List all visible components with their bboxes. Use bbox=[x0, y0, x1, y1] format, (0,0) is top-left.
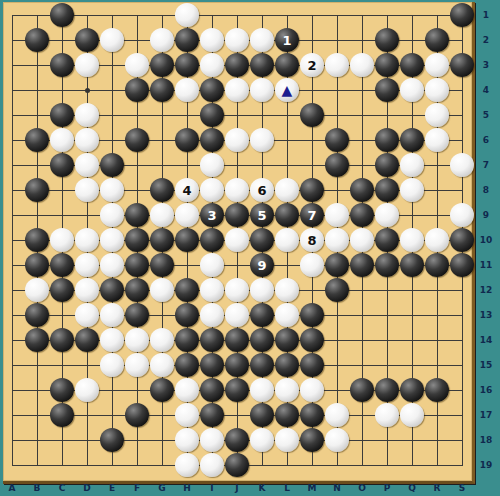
go-stone[interactable] bbox=[375, 28, 399, 52]
go-stone[interactable] bbox=[175, 453, 199, 477]
go-stone[interactable] bbox=[150, 78, 174, 102]
go-stone[interactable] bbox=[175, 303, 199, 327]
move-number: 1 bbox=[282, 34, 291, 47]
column-label-K: K bbox=[252, 483, 272, 493]
row-label-3: 3 bbox=[476, 60, 496, 70]
go-stone[interactable] bbox=[150, 328, 174, 352]
go-stone[interactable] bbox=[200, 328, 224, 352]
go-stone[interactable] bbox=[400, 253, 424, 277]
go-stone[interactable] bbox=[425, 28, 449, 52]
go-stone[interactable] bbox=[75, 253, 99, 277]
go-stone[interactable] bbox=[250, 378, 274, 402]
go-stone[interactable] bbox=[250, 328, 274, 352]
go-stone[interactable] bbox=[375, 253, 399, 277]
go-stone[interactable] bbox=[125, 253, 149, 277]
row-label-11: 11 bbox=[476, 260, 496, 270]
go-stone[interactable] bbox=[225, 378, 249, 402]
go-stone[interactable] bbox=[375, 228, 399, 252]
go-stone[interactable] bbox=[75, 153, 99, 177]
go-stone[interactable] bbox=[225, 128, 249, 152]
column-label-N: N bbox=[327, 483, 347, 493]
go-stone[interactable] bbox=[75, 128, 99, 152]
go-stone[interactable] bbox=[50, 103, 74, 127]
go-stone[interactable] bbox=[25, 228, 49, 252]
go-stone[interactable] bbox=[450, 228, 474, 252]
go-stone[interactable] bbox=[250, 128, 274, 152]
go-stone[interactable] bbox=[100, 328, 124, 352]
go-stone[interactable] bbox=[100, 28, 124, 52]
go-stone[interactable] bbox=[125, 53, 149, 77]
go-stone[interactable] bbox=[75, 378, 99, 402]
go-stone[interactable] bbox=[275, 228, 299, 252]
go-stone[interactable] bbox=[200, 453, 224, 477]
go-stone[interactable] bbox=[350, 178, 374, 202]
go-stone[interactable] bbox=[175, 353, 199, 377]
triangle-marked-stone[interactable]: ▲ bbox=[275, 78, 299, 102]
go-stone[interactable] bbox=[175, 3, 199, 27]
row-label-1: 1 bbox=[476, 10, 496, 20]
go-stone[interactable] bbox=[150, 378, 174, 402]
go-stone[interactable] bbox=[225, 453, 249, 477]
go-stone[interactable] bbox=[50, 378, 74, 402]
go-stone[interactable] bbox=[175, 28, 199, 52]
move-number: 7 bbox=[307, 209, 316, 222]
go-stone[interactable] bbox=[375, 53, 399, 77]
go-stone[interactable] bbox=[50, 53, 74, 77]
column-label-O: O bbox=[352, 483, 372, 493]
go-stone[interactable] bbox=[25, 178, 49, 202]
column-label-A: A bbox=[2, 483, 22, 493]
go-stone[interactable] bbox=[300, 103, 324, 127]
go-stone[interactable] bbox=[175, 53, 199, 77]
column-label-J: J bbox=[227, 483, 247, 493]
go-board[interactable]: 12▲4635789 bbox=[3, 2, 475, 484]
go-stone[interactable] bbox=[50, 253, 74, 277]
go-stone[interactable] bbox=[225, 228, 249, 252]
go-stone[interactable] bbox=[125, 403, 149, 427]
go-stone[interactable] bbox=[350, 228, 374, 252]
go-stone[interactable] bbox=[300, 303, 324, 327]
column-label-Q: Q bbox=[402, 483, 422, 493]
go-stone[interactable] bbox=[400, 228, 424, 252]
stone-move-5[interactable]: 5 bbox=[250, 203, 274, 227]
row-label-2: 2 bbox=[476, 35, 496, 45]
go-stone[interactable] bbox=[175, 278, 199, 302]
move-number: 8 bbox=[307, 234, 316, 247]
go-stone[interactable] bbox=[150, 228, 174, 252]
go-stone[interactable] bbox=[375, 78, 399, 102]
go-stone[interactable] bbox=[175, 203, 199, 227]
row-label-10: 10 bbox=[476, 235, 496, 245]
go-stone[interactable] bbox=[125, 228, 149, 252]
row-label-14: 14 bbox=[476, 335, 496, 345]
go-stone[interactable] bbox=[400, 153, 424, 177]
go-stone[interactable] bbox=[150, 53, 174, 77]
go-stone[interactable] bbox=[225, 203, 249, 227]
row-label-5: 5 bbox=[476, 110, 496, 120]
go-stone[interactable] bbox=[25, 253, 49, 277]
go-stone[interactable] bbox=[175, 403, 199, 427]
go-stone[interactable] bbox=[375, 378, 399, 402]
go-stone[interactable] bbox=[225, 428, 249, 452]
row-label-16: 16 bbox=[476, 385, 496, 395]
go-stone[interactable] bbox=[150, 253, 174, 277]
go-stone[interactable] bbox=[200, 28, 224, 52]
go-stone[interactable] bbox=[275, 353, 299, 377]
go-stone[interactable] bbox=[50, 403, 74, 427]
go-stone[interactable] bbox=[325, 203, 349, 227]
row-label-6: 6 bbox=[476, 135, 496, 145]
go-stone[interactable] bbox=[175, 328, 199, 352]
go-stone[interactable] bbox=[75, 53, 99, 77]
go-stone[interactable] bbox=[300, 378, 324, 402]
go-stone[interactable] bbox=[275, 203, 299, 227]
go-stone[interactable] bbox=[300, 178, 324, 202]
stone-move-1[interactable]: 1 bbox=[275, 28, 299, 52]
go-stone[interactable] bbox=[450, 153, 474, 177]
row-label-17: 17 bbox=[476, 410, 496, 420]
row-label-7: 7 bbox=[476, 160, 496, 170]
go-stone[interactable] bbox=[75, 28, 99, 52]
go-stone[interactable] bbox=[300, 328, 324, 352]
go-stone[interactable] bbox=[425, 78, 449, 102]
go-stone[interactable] bbox=[175, 228, 199, 252]
go-stone[interactable] bbox=[400, 128, 424, 152]
go-stone[interactable] bbox=[125, 278, 149, 302]
go-stone[interactable] bbox=[300, 353, 324, 377]
go-stone[interactable] bbox=[400, 378, 424, 402]
go-stone[interactable] bbox=[450, 253, 474, 277]
move-number: 4 bbox=[182, 184, 191, 197]
go-stone[interactable] bbox=[400, 78, 424, 102]
go-stone[interactable] bbox=[400, 403, 424, 427]
move-number: 3 bbox=[207, 209, 216, 222]
go-stone[interactable] bbox=[425, 128, 449, 152]
column-label-B: B bbox=[27, 483, 47, 493]
column-label-R: R bbox=[427, 483, 447, 493]
go-stone[interactable] bbox=[450, 53, 474, 77]
go-stone[interactable] bbox=[325, 153, 349, 177]
stone-move-6[interactable]: 6 bbox=[250, 178, 274, 202]
column-label-C: C bbox=[52, 483, 72, 493]
go-stone[interactable] bbox=[100, 278, 124, 302]
go-stone[interactable] bbox=[425, 103, 449, 127]
row-label-19: 19 bbox=[476, 460, 496, 470]
go-stone[interactable] bbox=[100, 203, 124, 227]
column-label-G: G bbox=[152, 483, 172, 493]
go-stone[interactable] bbox=[125, 203, 149, 227]
go-stone[interactable] bbox=[175, 78, 199, 102]
column-label-I: I bbox=[202, 483, 222, 493]
go-stone[interactable] bbox=[75, 278, 99, 302]
go-board-screenshot: 12▲4635789 ABCDEFGHIJKLMNOPQRS1234567891… bbox=[0, 0, 500, 496]
move-number: 5 bbox=[257, 209, 266, 222]
go-stone[interactable] bbox=[50, 3, 74, 27]
go-stone[interactable] bbox=[100, 178, 124, 202]
go-stone[interactable] bbox=[425, 53, 449, 77]
go-stone[interactable] bbox=[50, 128, 74, 152]
stone-move-8[interactable]: 8 bbox=[300, 228, 324, 252]
go-stone[interactable] bbox=[250, 278, 274, 302]
column-label-F: F bbox=[127, 483, 147, 493]
go-stone[interactable] bbox=[225, 178, 249, 202]
go-stone[interactable] bbox=[75, 178, 99, 202]
go-stone[interactable] bbox=[250, 228, 274, 252]
go-stone[interactable] bbox=[175, 378, 199, 402]
go-stone[interactable] bbox=[200, 428, 224, 452]
go-stone[interactable] bbox=[200, 78, 224, 102]
go-stone[interactable] bbox=[225, 328, 249, 352]
go-stone[interactable] bbox=[425, 228, 449, 252]
go-stone[interactable] bbox=[225, 303, 249, 327]
go-stone[interactable] bbox=[275, 303, 299, 327]
go-stone[interactable] bbox=[25, 278, 49, 302]
row-label-18: 18 bbox=[476, 435, 496, 445]
go-stone[interactable] bbox=[225, 353, 249, 377]
go-stone[interactable] bbox=[200, 403, 224, 427]
go-stone[interactable] bbox=[125, 353, 149, 377]
go-stone[interactable] bbox=[200, 378, 224, 402]
go-stone[interactable] bbox=[350, 203, 374, 227]
go-stone[interactable] bbox=[25, 328, 49, 352]
go-stone[interactable] bbox=[275, 328, 299, 352]
go-stone[interactable] bbox=[375, 203, 399, 227]
go-stone[interactable] bbox=[200, 53, 224, 77]
go-stone[interactable] bbox=[425, 253, 449, 277]
go-stone[interactable] bbox=[125, 303, 149, 327]
go-stone[interactable] bbox=[300, 428, 324, 452]
stone-move-2[interactable]: 2 bbox=[300, 53, 324, 77]
go-stone[interactable] bbox=[75, 303, 99, 327]
go-stone[interactable] bbox=[100, 303, 124, 327]
go-stone[interactable] bbox=[100, 153, 124, 177]
triangle-mark: ▲ bbox=[282, 83, 293, 97]
stone-move-7[interactable]: 7 bbox=[300, 203, 324, 227]
column-label-L: L bbox=[277, 483, 297, 493]
go-stone[interactable] bbox=[125, 128, 149, 152]
go-stone[interactable] bbox=[25, 28, 49, 52]
go-stone[interactable] bbox=[400, 178, 424, 202]
column-label-H: H bbox=[177, 483, 197, 493]
go-stone[interactable] bbox=[325, 228, 349, 252]
go-stone[interactable] bbox=[275, 278, 299, 302]
stone-move-4[interactable]: 4 bbox=[175, 178, 199, 202]
go-stone[interactable] bbox=[175, 128, 199, 152]
column-label-D: D bbox=[77, 483, 97, 493]
go-stone[interactable] bbox=[275, 178, 299, 202]
go-stone[interactable] bbox=[275, 403, 299, 427]
go-stone[interactable] bbox=[100, 253, 124, 277]
go-stone[interactable] bbox=[375, 128, 399, 152]
go-stone[interactable] bbox=[50, 228, 74, 252]
go-stone[interactable] bbox=[200, 278, 224, 302]
go-stone[interactable] bbox=[300, 253, 324, 277]
go-stone[interactable] bbox=[200, 253, 224, 277]
go-stone[interactable] bbox=[250, 53, 274, 77]
go-stone[interactable] bbox=[150, 178, 174, 202]
go-stone[interactable] bbox=[275, 53, 299, 77]
go-stone[interactable] bbox=[150, 28, 174, 52]
go-stone[interactable] bbox=[250, 28, 274, 52]
go-stone[interactable] bbox=[25, 128, 49, 152]
go-stone[interactable] bbox=[200, 178, 224, 202]
go-stone[interactable] bbox=[75, 228, 99, 252]
go-stone[interactable] bbox=[250, 353, 274, 377]
row-label-4: 4 bbox=[476, 85, 496, 95]
row-label-8: 8 bbox=[476, 185, 496, 195]
go-stone[interactable] bbox=[275, 428, 299, 452]
go-stone[interactable] bbox=[75, 328, 99, 352]
column-label-S: S bbox=[452, 483, 472, 493]
move-number: 6 bbox=[257, 184, 266, 197]
go-stone[interactable] bbox=[100, 353, 124, 377]
row-label-9: 9 bbox=[476, 210, 496, 220]
row-label-12: 12 bbox=[476, 285, 496, 295]
stone-move-3[interactable]: 3 bbox=[200, 203, 224, 227]
go-stone[interactable] bbox=[125, 328, 149, 352]
go-stone[interactable] bbox=[300, 403, 324, 427]
stone-move-9[interactable]: 9 bbox=[250, 253, 274, 277]
go-stone[interactable] bbox=[150, 203, 174, 227]
go-stone[interactable] bbox=[400, 53, 424, 77]
go-stone[interactable] bbox=[225, 78, 249, 102]
go-stone[interactable] bbox=[200, 303, 224, 327]
go-stone[interactable] bbox=[100, 228, 124, 252]
go-stone[interactable] bbox=[450, 203, 474, 227]
go-stone[interactable] bbox=[425, 378, 449, 402]
go-stone[interactable] bbox=[275, 378, 299, 402]
row-label-13: 13 bbox=[476, 310, 496, 320]
move-number: 9 bbox=[257, 259, 266, 272]
go-stone[interactable] bbox=[325, 253, 349, 277]
go-stone[interactable] bbox=[75, 103, 99, 127]
go-stone[interactable] bbox=[250, 78, 274, 102]
go-stone[interactable] bbox=[150, 278, 174, 302]
go-stone[interactable] bbox=[325, 53, 349, 77]
go-stone[interactable] bbox=[325, 278, 349, 302]
go-stone[interactable] bbox=[50, 328, 74, 352]
go-stone[interactable] bbox=[350, 378, 374, 402]
go-stone[interactable] bbox=[200, 228, 224, 252]
column-label-M: M bbox=[302, 483, 322, 493]
go-stone[interactable] bbox=[100, 428, 124, 452]
go-stone[interactable] bbox=[50, 153, 74, 177]
go-stone[interactable] bbox=[125, 78, 149, 102]
row-label-15: 15 bbox=[476, 360, 496, 370]
go-stone[interactable] bbox=[350, 53, 374, 77]
go-stone[interactable] bbox=[450, 3, 474, 27]
go-stone[interactable] bbox=[325, 128, 349, 152]
star-point bbox=[85, 88, 90, 93]
go-stone[interactable] bbox=[150, 353, 174, 377]
column-label-E: E bbox=[102, 483, 122, 493]
go-stone[interactable] bbox=[225, 278, 249, 302]
go-stone[interactable] bbox=[325, 403, 349, 427]
go-stone[interactable] bbox=[350, 253, 374, 277]
go-stone[interactable] bbox=[25, 303, 49, 327]
go-stone[interactable] bbox=[50, 278, 74, 302]
go-stone[interactable] bbox=[250, 403, 274, 427]
move-number: 2 bbox=[307, 59, 316, 72]
go-stone[interactable] bbox=[200, 353, 224, 377]
go-stone[interactable] bbox=[225, 28, 249, 52]
go-stone[interactable] bbox=[375, 403, 399, 427]
go-stone[interactable] bbox=[175, 428, 199, 452]
go-stone[interactable] bbox=[375, 178, 399, 202]
go-stone[interactable] bbox=[250, 303, 274, 327]
go-stone[interactable] bbox=[325, 428, 349, 452]
go-stone[interactable] bbox=[200, 128, 224, 152]
go-stone[interactable] bbox=[200, 103, 224, 127]
go-stone[interactable] bbox=[200, 153, 224, 177]
go-stone[interactable] bbox=[250, 428, 274, 452]
column-label-P: P bbox=[377, 483, 397, 493]
go-stone[interactable] bbox=[375, 153, 399, 177]
go-stone[interactable] bbox=[225, 53, 249, 77]
